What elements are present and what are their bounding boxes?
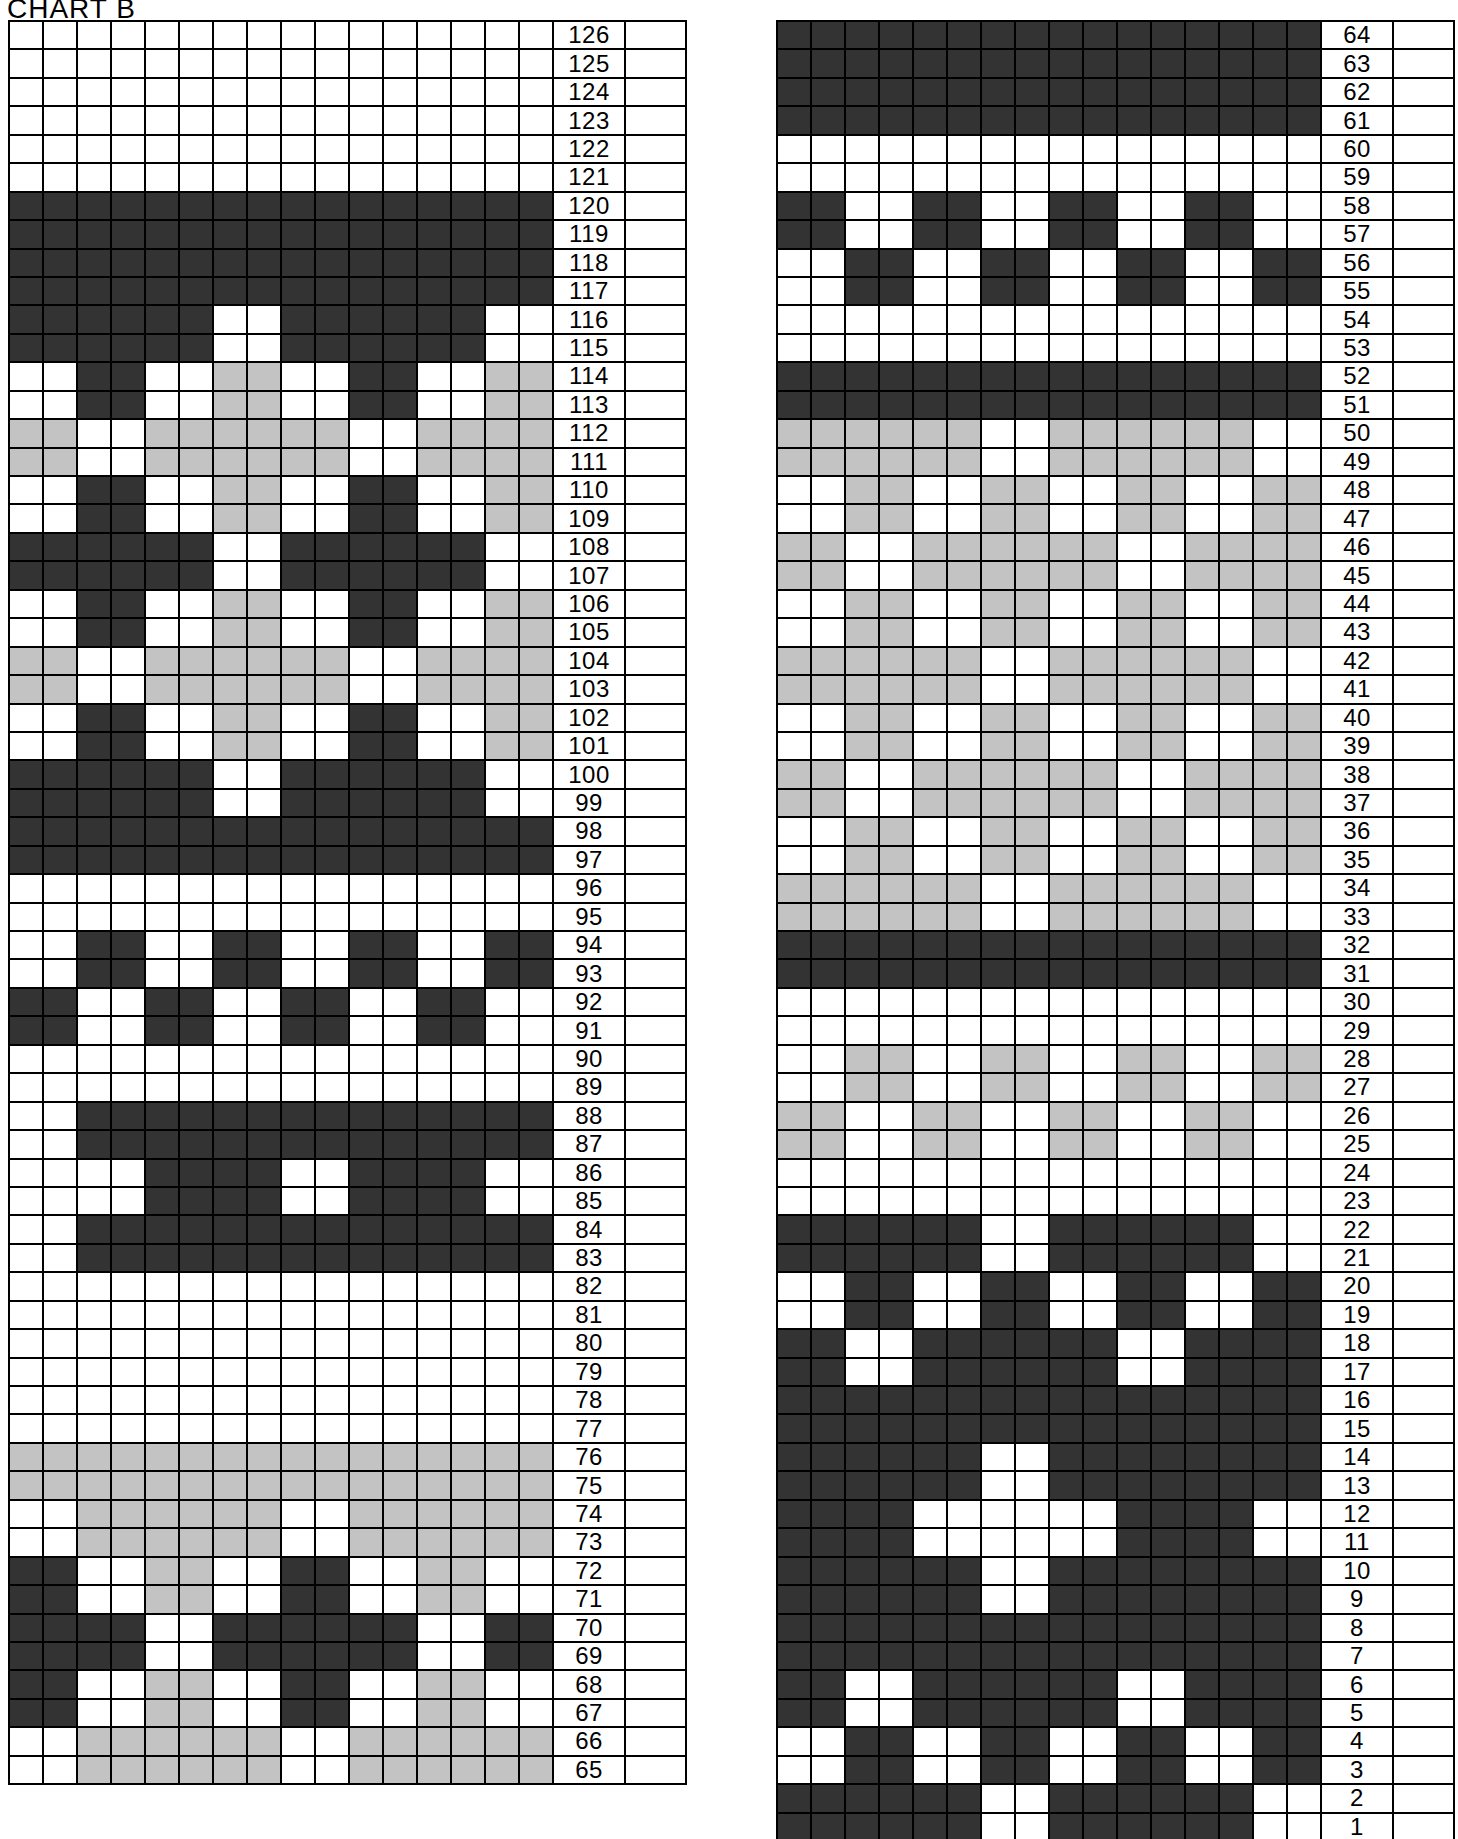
stitch-cell xyxy=(1118,50,1152,78)
stitch-cell xyxy=(1220,193,1254,221)
stitch-cell xyxy=(948,875,982,903)
stitch-cell xyxy=(10,1273,44,1301)
stitch-cell xyxy=(1152,960,1186,988)
stitch-cell xyxy=(812,1017,846,1045)
stitch-cell xyxy=(1050,505,1084,533)
row-number-cell: 122 xyxy=(554,136,626,164)
stitch-cell xyxy=(384,477,418,505)
stitch-cell xyxy=(44,904,78,932)
stitch-cell xyxy=(282,1074,316,1102)
stitch-cell xyxy=(1118,1671,1152,1699)
stitch-cell xyxy=(1254,193,1288,221)
stitch-cell xyxy=(1016,250,1050,278)
stitch-cell xyxy=(948,1074,982,1102)
stitch-cell xyxy=(486,1017,520,1045)
stitch-cell xyxy=(914,449,948,477)
row-number-cell: 26 xyxy=(1322,1103,1394,1131)
stitch-cell xyxy=(1152,790,1186,818)
stitch-cell xyxy=(282,1671,316,1699)
stitch-cell xyxy=(10,761,44,789)
stitch-cell xyxy=(948,1558,982,1586)
stitch-cell xyxy=(282,960,316,988)
stitch-cell xyxy=(112,1415,146,1443)
stitch-cell xyxy=(1220,1472,1254,1500)
stitch-cell xyxy=(778,1387,812,1415)
stitch-cell xyxy=(982,22,1016,50)
stitch-cell xyxy=(350,591,384,619)
stitch-cell xyxy=(1220,1671,1254,1699)
stitch-cell xyxy=(982,875,1016,903)
stitch-cell xyxy=(1016,562,1050,590)
stitch-cell xyxy=(316,1160,350,1188)
stitch-cell xyxy=(982,562,1016,590)
stitch-cell xyxy=(1220,50,1254,78)
stitch-cell xyxy=(846,193,880,221)
edge-cell xyxy=(626,1160,687,1188)
stitch-cell xyxy=(778,818,812,846)
stitch-cell xyxy=(812,1814,846,1839)
stitch-cell xyxy=(1254,1671,1288,1699)
stitch-cell xyxy=(248,1558,282,1586)
stitch-cell xyxy=(112,534,146,562)
stitch-cell xyxy=(846,1188,880,1216)
stitch-cell xyxy=(282,22,316,50)
stitch-cell xyxy=(316,1387,350,1415)
stitch-cell xyxy=(948,1814,982,1839)
stitch-cell xyxy=(384,1472,418,1500)
edge-cell xyxy=(626,1558,687,1586)
stitch-cell xyxy=(1288,705,1322,733)
stitch-cell xyxy=(982,1558,1016,1586)
stitch-cell xyxy=(982,1757,1016,1785)
stitch-cell xyxy=(1084,1359,1118,1387)
stitch-cell xyxy=(350,1529,384,1557)
edge-cell xyxy=(626,790,687,818)
stitch-cell xyxy=(846,1017,880,1045)
stitch-cell xyxy=(214,904,248,932)
stitch-cell xyxy=(452,1131,486,1159)
stitch-cell xyxy=(10,1415,44,1443)
stitch-cell xyxy=(846,1415,880,1443)
stitch-cell xyxy=(914,1785,948,1813)
edge-cell xyxy=(626,1671,687,1699)
stitch-cell xyxy=(282,1017,316,1045)
stitch-cell xyxy=(214,79,248,107)
stitch-cell xyxy=(78,449,112,477)
stitch-cell xyxy=(78,363,112,391)
stitch-cell xyxy=(248,904,282,932)
stitch-cell xyxy=(1118,505,1152,533)
stitch-cell xyxy=(214,1017,248,1045)
stitch-cell xyxy=(1254,1757,1288,1785)
stitch-cell xyxy=(520,221,554,249)
stitch-cell xyxy=(1050,648,1084,676)
stitch-cell xyxy=(1084,648,1118,676)
stitch-cell xyxy=(1016,1700,1050,1728)
stitch-cell xyxy=(10,1017,44,1045)
stitch-cell xyxy=(1050,363,1084,391)
stitch-cell xyxy=(316,960,350,988)
stitch-cell xyxy=(1050,676,1084,704)
stitch-cell xyxy=(452,221,486,249)
stitch-cell xyxy=(214,847,248,875)
stitch-cell xyxy=(520,1103,554,1131)
stitch-cell xyxy=(1050,904,1084,932)
stitch-cell xyxy=(1016,875,1050,903)
stitch-cell xyxy=(1118,1586,1152,1614)
stitch-cell xyxy=(1288,733,1322,761)
stitch-cell xyxy=(778,477,812,505)
stitch-cell xyxy=(1118,1046,1152,1074)
stitch-cell xyxy=(282,1529,316,1557)
row-number-cell: 81 xyxy=(554,1302,626,1330)
stitch-cell xyxy=(10,932,44,960)
stitch-cell xyxy=(1084,1245,1118,1273)
stitch-cell xyxy=(1186,1074,1220,1102)
stitch-cell xyxy=(1118,1444,1152,1472)
stitch-cell xyxy=(812,1529,846,1557)
stitch-cell xyxy=(1220,107,1254,135)
stitch-cell xyxy=(1050,705,1084,733)
stitch-cell xyxy=(1050,1814,1084,1839)
stitch-cell xyxy=(384,363,418,391)
stitch-cell xyxy=(1288,363,1322,391)
stitch-cell xyxy=(1254,1728,1288,1756)
stitch-cell xyxy=(248,676,282,704)
row-number-cell: 31 xyxy=(1322,960,1394,988)
row-number-cell: 37 xyxy=(1322,790,1394,818)
stitch-cell xyxy=(1050,392,1084,420)
stitch-cell xyxy=(1050,1131,1084,1159)
stitch-cell xyxy=(846,1330,880,1358)
stitch-cell xyxy=(452,1103,486,1131)
stitch-cell xyxy=(1254,306,1288,334)
stitch-cell xyxy=(778,1103,812,1131)
stitch-cell xyxy=(880,989,914,1017)
stitch-cell xyxy=(486,505,520,533)
stitch-cell xyxy=(78,1586,112,1614)
stitch-cell xyxy=(1220,648,1254,676)
edge-cell xyxy=(626,1757,687,1785)
stitch-cell xyxy=(520,477,554,505)
stitch-cell xyxy=(248,1586,282,1614)
stitch-cell xyxy=(418,1728,452,1756)
stitch-cell xyxy=(846,1757,880,1785)
stitch-cell xyxy=(1050,1615,1084,1643)
stitch-cell xyxy=(1084,335,1118,363)
stitch-cell xyxy=(214,193,248,221)
stitch-cell xyxy=(812,904,846,932)
stitch-cell xyxy=(1220,221,1254,249)
stitch-cell xyxy=(316,790,350,818)
stitch-cell xyxy=(78,1359,112,1387)
stitch-cell xyxy=(982,818,1016,846)
edge-cell xyxy=(1394,1415,1455,1443)
stitch-cell xyxy=(812,619,846,647)
stitch-cell xyxy=(112,1017,146,1045)
stitch-cell xyxy=(418,50,452,78)
stitch-cell xyxy=(486,1074,520,1102)
stitch-cell xyxy=(350,221,384,249)
stitch-cell xyxy=(1254,1558,1288,1586)
stitch-cell xyxy=(1288,1017,1322,1045)
stitch-cell xyxy=(982,1302,1016,1330)
edge-cell xyxy=(1394,392,1455,420)
stitch-cell xyxy=(1050,1359,1084,1387)
stitch-cell xyxy=(1288,1359,1322,1387)
stitch-cell xyxy=(846,1131,880,1159)
stitch-cell xyxy=(316,847,350,875)
row-number-cell: 75 xyxy=(554,1472,626,1500)
stitch-cell xyxy=(180,932,214,960)
row-number-cell: 40 xyxy=(1322,705,1394,733)
stitch-cell xyxy=(1186,278,1220,306)
stitch-cell xyxy=(214,477,248,505)
stitch-cell xyxy=(214,1273,248,1301)
stitch-cell xyxy=(10,1160,44,1188)
stitch-cell xyxy=(880,875,914,903)
stitch-cell xyxy=(812,136,846,164)
stitch-cell xyxy=(948,989,982,1017)
stitch-cell xyxy=(146,1501,180,1529)
stitch-cell xyxy=(520,1415,554,1443)
stitch-cell xyxy=(1016,1131,1050,1159)
stitch-cell xyxy=(486,818,520,846)
stitch-cell xyxy=(982,790,1016,818)
stitch-cell xyxy=(180,1216,214,1244)
stitch-cell xyxy=(914,932,948,960)
stitch-cell xyxy=(1186,1814,1220,1839)
stitch-cell xyxy=(1118,1700,1152,1728)
row-number-cell: 35 xyxy=(1322,847,1394,875)
stitch-cell xyxy=(1084,306,1118,334)
stitch-cell xyxy=(1220,1785,1254,1813)
stitch-cell xyxy=(1186,1529,1220,1557)
row-number-cell: 68 xyxy=(554,1671,626,1699)
edge-cell xyxy=(626,1046,687,1074)
stitch-cell xyxy=(316,1302,350,1330)
stitch-cell xyxy=(948,50,982,78)
stitch-cell xyxy=(486,989,520,1017)
stitch-cell xyxy=(1220,619,1254,647)
stitch-cell xyxy=(384,221,418,249)
stitch-cell xyxy=(1152,449,1186,477)
stitch-cell xyxy=(214,335,248,363)
stitch-cell xyxy=(982,1017,1016,1045)
stitch-cell xyxy=(1118,733,1152,761)
stitch-cell xyxy=(1254,733,1288,761)
stitch-cell xyxy=(1118,1529,1152,1557)
row-number-cell: 120 xyxy=(554,193,626,221)
stitch-cell xyxy=(486,1529,520,1557)
stitch-cell xyxy=(384,278,418,306)
stitch-cell xyxy=(112,193,146,221)
stitch-cell xyxy=(880,477,914,505)
stitch-cell xyxy=(1220,1074,1254,1102)
stitch-cell xyxy=(1016,1501,1050,1529)
stitch-cell xyxy=(44,932,78,960)
stitch-cell xyxy=(486,619,520,647)
stitch-cell xyxy=(248,335,282,363)
stitch-cell xyxy=(248,1160,282,1188)
stitch-cell xyxy=(812,1216,846,1244)
stitch-cell xyxy=(1254,1188,1288,1216)
stitch-cell xyxy=(350,562,384,590)
stitch-cell xyxy=(1220,562,1254,590)
stitch-cell xyxy=(350,1586,384,1614)
row-number-cell: 89 xyxy=(554,1074,626,1102)
edge-cell xyxy=(1394,904,1455,932)
stitch-cell xyxy=(1254,1387,1288,1415)
stitch-cell xyxy=(214,790,248,818)
stitch-cell xyxy=(316,1046,350,1074)
stitch-cell xyxy=(1016,1245,1050,1273)
stitch-cell xyxy=(778,363,812,391)
stitch-cell xyxy=(44,790,78,818)
stitch-cell xyxy=(418,1643,452,1671)
stitch-cell xyxy=(316,1643,350,1671)
stitch-cell xyxy=(112,1330,146,1358)
stitch-cell xyxy=(180,1160,214,1188)
stitch-cell xyxy=(948,449,982,477)
stitch-cell xyxy=(1050,1558,1084,1586)
stitch-cell xyxy=(78,875,112,903)
stitch-cell xyxy=(486,648,520,676)
stitch-cell xyxy=(44,1757,78,1785)
stitch-cell xyxy=(146,1074,180,1102)
stitch-cell xyxy=(10,1444,44,1472)
stitch-cell xyxy=(520,392,554,420)
stitch-cell xyxy=(316,22,350,50)
stitch-cell xyxy=(982,989,1016,1017)
stitch-cell xyxy=(384,733,418,761)
stitch-cell xyxy=(880,904,914,932)
stitch-cell xyxy=(778,1131,812,1159)
stitch-cell xyxy=(78,676,112,704)
stitch-cell xyxy=(1186,22,1220,50)
stitch-cell xyxy=(350,1216,384,1244)
stitch-cell xyxy=(1016,1074,1050,1102)
stitch-cell xyxy=(812,22,846,50)
stitch-cell xyxy=(778,960,812,988)
stitch-cell xyxy=(146,1643,180,1671)
stitch-cell xyxy=(146,306,180,334)
stitch-cell xyxy=(248,1757,282,1785)
stitch-cell xyxy=(112,790,146,818)
stitch-cell xyxy=(384,136,418,164)
stitch-cell xyxy=(982,335,1016,363)
stitch-cell xyxy=(1254,449,1288,477)
stitch-cell xyxy=(880,1131,914,1159)
stitch-cell xyxy=(1220,1387,1254,1415)
stitch-cell xyxy=(1152,164,1186,192)
stitch-cell xyxy=(982,676,1016,704)
stitch-cell xyxy=(214,1671,248,1699)
stitch-cell xyxy=(146,221,180,249)
row-number-cell: 61 xyxy=(1322,107,1394,135)
row-number-cell: 9 xyxy=(1322,1586,1394,1614)
stitch-cell xyxy=(78,1529,112,1557)
stitch-cell xyxy=(914,733,948,761)
stitch-cell xyxy=(10,1671,44,1699)
stitch-cell xyxy=(10,50,44,78)
stitch-cell xyxy=(316,1671,350,1699)
stitch-cell xyxy=(180,22,214,50)
stitch-cell xyxy=(1016,591,1050,619)
stitch-cell xyxy=(452,420,486,448)
stitch-cell xyxy=(1118,619,1152,647)
stitch-cell xyxy=(486,164,520,192)
stitch-cell xyxy=(1254,477,1288,505)
stitch-cell xyxy=(112,392,146,420)
stitch-cell xyxy=(1186,1017,1220,1045)
stitch-cell xyxy=(914,363,948,391)
edge-cell xyxy=(1394,790,1455,818)
stitch-cell xyxy=(180,1046,214,1074)
stitch-cell xyxy=(486,1415,520,1443)
stitch-cell xyxy=(1118,1814,1152,1839)
stitch-cell xyxy=(1220,164,1254,192)
stitch-cell xyxy=(880,619,914,647)
stitch-cell xyxy=(778,1330,812,1358)
stitch-cell xyxy=(1254,1472,1288,1500)
stitch-cell xyxy=(1084,1785,1118,1813)
stitch-cell xyxy=(1152,705,1186,733)
stitch-cell xyxy=(880,221,914,249)
edge-cell xyxy=(1394,1017,1455,1045)
stitch-cell xyxy=(812,1586,846,1614)
stitch-cell xyxy=(384,1046,418,1074)
row-number-cell: 87 xyxy=(554,1131,626,1159)
stitch-cell xyxy=(1050,1785,1084,1813)
stitch-cell xyxy=(44,278,78,306)
stitch-cell xyxy=(1288,932,1322,960)
stitch-cell xyxy=(1152,648,1186,676)
stitch-cell xyxy=(948,1273,982,1301)
stitch-cell xyxy=(914,1017,948,1045)
stitch-cell xyxy=(520,22,554,50)
stitch-cell xyxy=(316,534,350,562)
stitch-cell xyxy=(146,534,180,562)
stitch-cell xyxy=(78,420,112,448)
stitch-cell xyxy=(520,1245,554,1273)
stitch-cell xyxy=(248,1216,282,1244)
edge-cell xyxy=(626,1529,687,1557)
stitch-cell xyxy=(44,1415,78,1443)
stitch-cell xyxy=(1152,1444,1186,1472)
stitch-cell xyxy=(1050,1586,1084,1614)
stitch-cell xyxy=(146,1444,180,1472)
stitch-cell xyxy=(1016,1188,1050,1216)
stitch-cell xyxy=(486,449,520,477)
stitch-cell xyxy=(778,1501,812,1529)
stitch-cell xyxy=(812,250,846,278)
stitch-cell xyxy=(1118,107,1152,135)
stitch-cell xyxy=(1118,136,1152,164)
stitch-cell xyxy=(982,50,1016,78)
stitch-cell xyxy=(350,1046,384,1074)
stitch-cell xyxy=(880,193,914,221)
row-number-cell: 12 xyxy=(1322,1501,1394,1529)
stitch-cell xyxy=(778,733,812,761)
stitch-cell xyxy=(180,278,214,306)
stitch-cell xyxy=(214,960,248,988)
stitch-cell xyxy=(180,733,214,761)
stitch-cell xyxy=(112,1586,146,1614)
row-number-cell: 70 xyxy=(554,1615,626,1643)
stitch-cell xyxy=(1152,1814,1186,1839)
stitch-cell xyxy=(520,420,554,448)
